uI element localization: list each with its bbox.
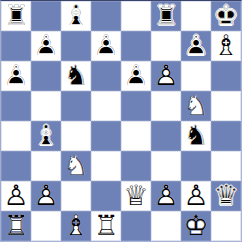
piece-contour-glyph: ♙	[151, 181, 181, 211]
square-h6[interactable]	[211, 61, 241, 91]
square-a1[interactable]: ♜♖	[1, 211, 31, 241]
black-pawn-piece[interactable]: ♟♙	[181, 31, 211, 61]
white-king-piece[interactable]: ♚♔	[181, 211, 211, 241]
square-g1[interactable]: ♚♔	[181, 211, 211, 241]
white-knight-piece[interactable]: ♞♘	[181, 91, 211, 121]
piece-contour-glyph: ♘	[61, 151, 91, 181]
square-e2[interactable]: ♛♕	[121, 181, 151, 211]
square-d6[interactable]	[91, 61, 121, 91]
square-h8[interactable]: ♚♔	[211, 1, 241, 31]
square-h3[interactable]	[211, 151, 241, 181]
black-rook-piece[interactable]: ♜♖	[1, 1, 31, 31]
square-g3[interactable]	[181, 151, 211, 181]
square-f3[interactable]	[151, 151, 181, 181]
white-pawn-piece[interactable]: ♟♙	[31, 181, 61, 211]
white-pawn-piece[interactable]: ♟♙	[1, 181, 31, 211]
square-g7[interactable]: ♟♙	[181, 31, 211, 61]
square-a2[interactable]: ♟♙	[1, 181, 31, 211]
square-h5[interactable]	[211, 91, 241, 121]
piece-contour-glyph: ♖	[1, 1, 31, 31]
square-h1[interactable]	[211, 211, 241, 241]
black-queen-piece[interactable]: ♛♕	[211, 181, 241, 211]
white-pawn-piece[interactable]: ♟♙	[151, 61, 181, 91]
piece-contour-glyph: ♙	[151, 61, 181, 91]
square-d3[interactable]	[91, 151, 121, 181]
piece-contour-glyph: ♗	[61, 1, 91, 31]
square-d8[interactable]	[91, 1, 121, 31]
piece-contour-glyph: ♖	[1, 211, 31, 241]
square-c7[interactable]	[61, 31, 91, 61]
square-h7[interactable]: ♝♗	[211, 31, 241, 61]
square-e1[interactable]	[121, 211, 151, 241]
square-d1[interactable]: ♜♖	[91, 211, 121, 241]
piece-contour-glyph: ♔	[211, 1, 241, 31]
square-e8[interactable]	[121, 1, 151, 31]
piece-contour-glyph: ♙	[1, 61, 31, 91]
square-b2[interactable]: ♟♙	[31, 181, 61, 211]
white-rook-piece[interactable]: ♜♖	[1, 211, 31, 241]
square-e6[interactable]: ♟♙	[121, 61, 151, 91]
square-e7[interactable]	[121, 31, 151, 61]
square-f1[interactable]	[151, 211, 181, 241]
square-b6[interactable]	[31, 61, 61, 91]
square-c6[interactable]: ♞♘	[61, 61, 91, 91]
piece-contour-glyph: ♗	[31, 121, 61, 151]
square-g2[interactable]: ♟♙	[181, 181, 211, 211]
square-f5[interactable]	[151, 91, 181, 121]
square-a3[interactable]	[1, 151, 31, 181]
chess-board: ♜♖♝♗♜♖♚♔♟♙♟♙♟♙♝♗♟♙♞♘♟♙♟♙♞♘♝♗♞♘♞♘♟♙♟♙♛♕♟♙…	[0, 0, 242, 242]
piece-contour-glyph: ♙	[31, 31, 61, 61]
square-c4[interactable]	[61, 121, 91, 151]
square-d7[interactable]: ♟♙	[91, 31, 121, 61]
square-a7[interactable]	[1, 31, 31, 61]
square-g8[interactable]	[181, 1, 211, 31]
piece-contour-glyph: ♘	[61, 61, 91, 91]
square-f4[interactable]	[151, 121, 181, 151]
black-pawn-piece[interactable]: ♟♙	[91, 31, 121, 61]
black-knight-piece[interactable]: ♞♘	[61, 61, 91, 91]
square-d4[interactable]	[91, 121, 121, 151]
square-c2[interactable]	[61, 181, 91, 211]
white-rook-piece[interactable]: ♜♖	[91, 211, 121, 241]
piece-contour-glyph: ♖	[91, 211, 121, 241]
square-d2[interactable]	[91, 181, 121, 211]
piece-contour-glyph: ♔	[181, 211, 211, 241]
black-bishop-piece[interactable]: ♝♗	[61, 1, 91, 31]
black-pawn-piece[interactable]: ♟♙	[1, 61, 31, 91]
white-queen-piece[interactable]: ♛♕	[121, 181, 151, 211]
piece-contour-glyph: ♗	[61, 211, 91, 241]
square-c8[interactable]: ♝♗	[61, 1, 91, 31]
square-c5[interactable]	[61, 91, 91, 121]
black-rook-piece[interactable]: ♜♖	[151, 1, 181, 31]
white-bishop-piece[interactable]: ♝♗	[61, 211, 91, 241]
square-f6[interactable]: ♟♙	[151, 61, 181, 91]
square-c3[interactable]: ♞♘	[61, 151, 91, 181]
black-bishop-piece[interactable]: ♝♗	[31, 121, 61, 151]
square-g4[interactable]: ♞♘	[181, 121, 211, 151]
square-a4[interactable]	[1, 121, 31, 151]
piece-contour-glyph: ♙	[31, 181, 61, 211]
piece-contour-glyph: ♕	[121, 181, 151, 211]
piece-contour-glyph: ♕	[211, 181, 241, 211]
square-d5[interactable]	[91, 91, 121, 121]
piece-contour-glyph: ♙	[91, 31, 121, 61]
square-b5[interactable]	[31, 91, 61, 121]
square-h4[interactable]	[211, 121, 241, 151]
square-h2[interactable]: ♛♕	[211, 181, 241, 211]
white-pawn-piece[interactable]: ♟♙	[181, 181, 211, 211]
square-b4[interactable]: ♝♗	[31, 121, 61, 151]
white-knight-piece[interactable]: ♞♘	[61, 151, 91, 181]
square-g6[interactable]	[181, 61, 211, 91]
square-b1[interactable]	[31, 211, 61, 241]
square-e4[interactable]	[121, 121, 151, 151]
square-a5[interactable]	[1, 91, 31, 121]
black-pawn-piece[interactable]: ♟♙	[121, 61, 151, 91]
square-b7[interactable]: ♟♙	[31, 31, 61, 61]
piece-contour-glyph: ♙	[121, 61, 151, 91]
piece-contour-glyph: ♙	[1, 181, 31, 211]
black-pawn-piece[interactable]: ♟♙	[31, 31, 61, 61]
square-a8[interactable]: ♜♖	[1, 1, 31, 31]
square-e5[interactable]	[121, 91, 151, 121]
piece-contour-glyph: ♙	[181, 31, 211, 61]
black-knight-piece[interactable]: ♞♘	[181, 121, 211, 151]
square-f2[interactable]: ♟♙	[151, 181, 181, 211]
piece-contour-glyph: ♖	[151, 1, 181, 31]
piece-contour-glyph: ♗	[211, 31, 241, 61]
square-a6[interactable]: ♟♙	[1, 61, 31, 91]
square-b8[interactable]	[31, 1, 61, 31]
square-f8[interactable]: ♜♖	[151, 1, 181, 31]
square-f7[interactable]	[151, 31, 181, 61]
white-pawn-piece[interactable]: ♟♙	[151, 181, 181, 211]
square-b3[interactable]	[31, 151, 61, 181]
square-e3[interactable]	[121, 151, 151, 181]
piece-contour-glyph: ♘	[181, 121, 211, 151]
square-c1[interactable]: ♝♗	[61, 211, 91, 241]
piece-contour-glyph: ♙	[181, 181, 211, 211]
black-king-piece[interactable]: ♚♔	[211, 1, 241, 31]
piece-contour-glyph: ♘	[181, 91, 211, 121]
white-bishop-piece[interactable]: ♝♗	[211, 31, 241, 61]
square-g5[interactable]: ♞♘	[181, 91, 211, 121]
